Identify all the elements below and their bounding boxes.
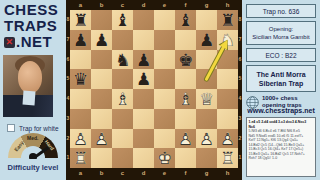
square-f7 — [175, 30, 196, 50]
square-f2: ♟♙ — [175, 129, 196, 149]
square-a7: ♟ — [70, 30, 91, 50]
promo-line-1: 1000+ chess — [262, 95, 302, 102]
piece-white-pawn-a2: ♙ — [70, 129, 91, 149]
file-label-d: d — [133, 168, 154, 180]
piece-white-rook-a1: ♖ — [70, 148, 91, 168]
piece-white-pawn-f2-fill: ♟ — [175, 129, 196, 149]
file-label-g: g — [196, 168, 217, 180]
piece-white-bishop-c4: ♗ — [112, 89, 133, 109]
site-logo: CHESS TRAPS ✕ .NET — [4, 2, 58, 50]
square-a4 — [70, 89, 91, 109]
square-f5 — [175, 69, 196, 89]
piece-black-rook-a8: ♜ — [70, 10, 91, 30]
square-e4 — [154, 89, 175, 109]
piece-white-king-e1: ♔ — [154, 148, 175, 168]
file-label-c: c — [112, 0, 133, 10]
logo-line-2: TRAPS — [4, 18, 58, 34]
square-g8 — [196, 10, 217, 30]
square-c5 — [112, 69, 133, 89]
piece-black-rook-h8: ♜ — [217, 10, 238, 30]
square-h8: ♜ — [217, 10, 238, 30]
trap-name-line-1: The Anti Morra — [247, 70, 315, 79]
square-e8 — [154, 10, 175, 30]
piece-black-king-f6: ♚ — [175, 50, 196, 70]
board-grid: ♜♝♝♜♟♟♟♞♘♞♟♚♛♟♝♗♝♗♛♕♟♙♟♙♟♙♟♙♟♙♜♖♚♔♜♖ — [70, 10, 238, 168]
piece-white-pawn-h2-fill: ♟ — [217, 129, 238, 149]
square-d8 — [133, 10, 154, 30]
piece-white-rook-h1: ♖ — [217, 148, 238, 168]
file-label-a: a — [70, 0, 91, 10]
piece-white-pawn-b2: ♙ — [91, 129, 112, 149]
piece-black-pawn-d6: ♟ — [133, 50, 154, 70]
logo-net: .NET — [16, 34, 52, 50]
move-line-9: Rxh7 18.Qg5# 1-0 — [249, 156, 314, 161]
square-b3 — [91, 109, 112, 129]
piece-black-pawn-a7: ♟ — [70, 30, 91, 50]
square-e5 — [154, 69, 175, 89]
file-label-c: c — [112, 168, 133, 180]
file-label-g: g — [196, 0, 217, 10]
moves-box: 1.e4 c5 2.d4 cxd4 3.c3 dxc3 4.Nxc3Nc65.N… — [246, 117, 316, 177]
square-d6: ♟ — [133, 50, 154, 70]
file-label-f: f — [175, 168, 196, 180]
square-d2 — [133, 129, 154, 149]
square-b7: ♟ — [91, 30, 112, 50]
piece-black-pawn-b7: ♟ — [91, 30, 112, 50]
chess-board: abcdefgh abcdefgh 87654321 87654321 ♜♝♝♜… — [66, 0, 242, 180]
square-b5 — [91, 69, 112, 89]
piece-black-bishop-f8: ♝ — [175, 10, 196, 30]
square-c1 — [112, 148, 133, 168]
piece-black-pawn-g7: ♟ — [196, 30, 217, 50]
opening-label: Opening: — [247, 25, 315, 33]
piece-white-pawn-g2: ♙ — [196, 129, 217, 149]
square-e3 — [154, 109, 175, 129]
presenter-photo — [3, 55, 53, 117]
square-a3 — [70, 109, 91, 129]
eco-box: ECO : B22 — [246, 48, 316, 62]
logo-line-1: CHESS — [4, 2, 58, 18]
square-c4: ♝♗ — [112, 89, 133, 109]
square-c3 — [112, 109, 133, 129]
square-a5: ♛ — [70, 69, 91, 89]
file-label-f: f — [175, 0, 196, 10]
square-h4 — [217, 89, 238, 109]
piece-white-bishop-c4-fill: ♝ — [112, 89, 133, 109]
file-label-d: d — [133, 0, 154, 10]
piece-white-knight-h7-fill: ♞ — [217, 30, 238, 50]
piece-white-bishop-f4-fill: ♝ — [175, 89, 196, 109]
right-panel: Trap no. 636 Opening: Sicilian Morra Gam… — [242, 0, 320, 180]
square-h5 — [217, 69, 238, 89]
gauge-label-med: Med. — [27, 135, 38, 141]
move-line-1: 1.e4 c5 2.d4 cxd4 3.c3 dxc3 4.Nxc3 — [249, 120, 314, 125]
square-b6 — [91, 50, 112, 70]
square-e2 — [154, 129, 175, 149]
square-d1 — [133, 148, 154, 168]
file-label-e: e — [154, 168, 175, 180]
square-g7: ♟ — [196, 30, 217, 50]
trap-number-box: Trap no. 636 — [246, 4, 316, 18]
square-a6 — [70, 50, 91, 70]
square-a2: ♟♙ — [70, 129, 91, 149]
piece-white-bishop-f4: ♗ — [175, 89, 196, 109]
square-e6 — [154, 50, 175, 70]
square-h7: ♞♘ — [217, 30, 238, 50]
file-label-b: b — [91, 0, 112, 10]
square-b2: ♟♙ — [91, 129, 112, 149]
square-d4 — [133, 89, 154, 109]
square-f6: ♚ — [175, 50, 196, 70]
piece-white-queen-g4: ♕ — [196, 89, 217, 109]
square-g6 — [196, 50, 217, 70]
trap-name-box: The Anti Morra Siberian Trap — [246, 65, 316, 92]
square-d7 — [133, 30, 154, 50]
file-label-b: b — [91, 168, 112, 180]
move-list: 1.e4 c5 2.d4 cxd4 3.c3 dxc3 4.Nxc3Nc65.N… — [247, 118, 315, 162]
square-f3 — [175, 109, 196, 129]
gauge-hub — [29, 153, 37, 159]
trap-for-white-label: Trap for white — [19, 125, 59, 132]
trap-for-white-row: Trap for white — [7, 124, 59, 132]
square-g5 — [196, 69, 217, 89]
file-label-a: a — [70, 168, 91, 180]
piece-white-rook-a1-fill: ♜ — [70, 148, 91, 168]
piece-white-pawn-f2: ♙ — [175, 129, 196, 149]
square-g4: ♛♕ — [196, 89, 217, 109]
file-label-h: h — [217, 0, 238, 10]
square-h3 — [217, 109, 238, 129]
opening-name: Sicilian Morra Gambit — [247, 33, 315, 41]
square-h6 — [217, 50, 238, 70]
square-g2: ♟♙ — [196, 129, 217, 149]
square-c8: ♝ — [112, 10, 133, 30]
file-labels-top: abcdefgh — [70, 0, 238, 10]
opening-box: Opening: Sicilian Morra Gambit — [246, 21, 316, 45]
photo-face — [18, 61, 42, 93]
square-a1: ♜♖ — [70, 148, 91, 168]
square-e7 — [154, 30, 175, 50]
piece-black-knight-c6: ♞ — [112, 50, 133, 70]
square-c7 — [112, 30, 133, 50]
square-f4: ♝♗ — [175, 89, 196, 109]
square-c2 — [112, 129, 133, 149]
piece-white-pawn-h2: ♙ — [217, 129, 238, 149]
file-label-h: h — [217, 168, 238, 180]
file-label-e: e — [154, 0, 175, 10]
piece-white-knight-h7: ♘ — [217, 30, 238, 50]
square-f8: ♝ — [175, 10, 196, 30]
square-e1: ♚♔ — [154, 148, 175, 168]
square-c6: ♞ — [112, 50, 133, 70]
square-g1 — [196, 148, 217, 168]
piece-white-pawn-g2-fill: ♟ — [196, 129, 217, 149]
square-g3 — [196, 109, 217, 129]
difficulty-caption: Difficulty level — [0, 163, 66, 172]
website-link[interactable]: www.chesstraps.net — [242, 107, 320, 114]
piece-black-bishop-c8: ♝ — [112, 10, 133, 30]
piece-white-pawn-a2-fill: ♟ — [70, 129, 91, 149]
square-b1 — [91, 148, 112, 168]
piece-white-queen-g4-fill: ♛ — [196, 89, 217, 109]
video-frame: CHESS TRAPS ✕ .NET Trap for white Easy M… — [0, 0, 320, 180]
square-h2: ♟♙ — [217, 129, 238, 149]
square-h1: ♜♖ — [217, 148, 238, 168]
red-x-icon: ✕ — [4, 37, 15, 48]
square-a8: ♜ — [70, 10, 91, 30]
square-f1 — [175, 148, 196, 168]
piece-black-pawn-d5: ♟ — [133, 69, 154, 89]
difficulty-gauge: Easy Med. Hard — [8, 133, 58, 159]
square-b4 — [91, 89, 112, 109]
trap-for-white-checkbox[interactable] — [7, 124, 15, 132]
square-d3 — [133, 109, 154, 129]
square-d5: ♟ — [133, 69, 154, 89]
piece-black-queen-a5: ♛ — [70, 69, 91, 89]
piece-white-pawn-b2-fill: ♟ — [91, 129, 112, 149]
photo-shirt — [23, 91, 36, 106]
left-panel: CHESS TRAPS ✕ .NET Trap for white Easy M… — [0, 0, 66, 180]
piece-white-king-e1-fill: ♚ — [154, 148, 175, 168]
square-b8 — [91, 10, 112, 30]
trap-name-line-2: Siberian Trap — [247, 79, 315, 88]
file-labels-bottom: abcdefgh — [70, 168, 238, 180]
piece-white-rook-h1-fill: ♜ — [217, 148, 238, 168]
